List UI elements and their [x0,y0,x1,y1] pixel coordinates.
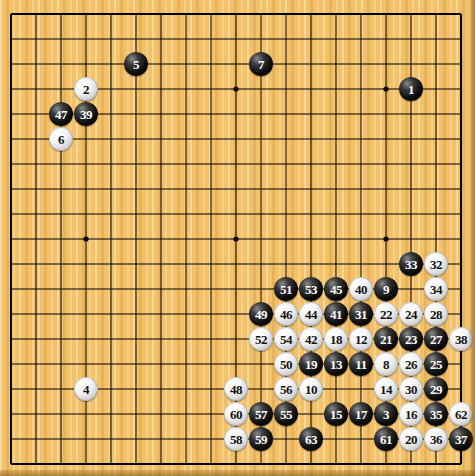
stone-white-60[interactable]: 60 [224,402,248,426]
stone-white-58[interactable]: 58 [224,427,248,451]
stone-white-36[interactable]: 36 [424,427,448,451]
stone-white-54[interactable]: 54 [274,327,298,351]
stone-number: 30 [405,382,417,395]
stone-white-6[interactable]: 6 [49,127,73,151]
stone-number: 36 [430,432,442,445]
stone-number: 63 [305,432,317,445]
stone-black-47[interactable]: 47 [49,102,73,126]
go-board[interactable]: 1234567891011121314151617181920212223242… [0,0,475,476]
stone-black-17[interactable]: 17 [349,402,373,426]
stone-black-61[interactable]: 61 [374,427,398,451]
stone-number: 28 [430,307,442,320]
stone-number: 9 [383,282,389,295]
stone-number: 29 [430,382,442,395]
stone-number: 1 [408,82,414,95]
stone-number: 12 [355,332,367,345]
stone-number: 44 [305,307,317,320]
stone-number: 7 [258,57,264,70]
stone-black-39[interactable]: 39 [74,102,98,126]
stone-number: 41 [330,307,342,320]
stone-number: 61 [380,432,392,445]
stone-number: 33 [405,257,417,270]
stone-white-50[interactable]: 50 [274,352,298,376]
stone-black-55[interactable]: 55 [274,402,298,426]
stone-number: 60 [230,407,242,420]
stone-number: 31 [355,307,367,320]
stone-white-10[interactable]: 10 [299,377,323,401]
stone-number: 54 [280,332,292,345]
stone-white-56[interactable]: 56 [274,377,298,401]
stone-number: 55 [280,407,292,420]
stone-black-51[interactable]: 51 [274,277,298,301]
stone-number: 8 [383,357,389,370]
board-edge-shadow-bottom [0,470,475,476]
stone-number: 18 [330,332,342,345]
stone-number: 14 [380,382,392,395]
stone-number: 50 [280,357,292,370]
stone-number: 35 [430,407,442,420]
stone-black-13[interactable]: 13 [324,352,348,376]
stone-white-20[interactable]: 20 [399,427,423,451]
stone-number: 40 [355,282,367,295]
stone-black-7[interactable]: 7 [249,52,273,76]
stone-black-25[interactable]: 25 [424,352,448,376]
stone-number: 58 [230,432,242,445]
stone-black-49[interactable]: 49 [249,302,273,326]
stone-number: 32 [430,257,442,270]
stone-number: 59 [255,432,267,445]
stone-number: 49 [255,307,267,320]
stone-white-18[interactable]: 18 [324,327,348,351]
stone-number: 4 [83,382,89,395]
stone-white-14[interactable]: 14 [374,377,398,401]
stone-black-45[interactable]: 45 [324,277,348,301]
stone-number: 22 [380,307,392,320]
stone-black-63[interactable]: 63 [299,427,323,451]
stone-number: 45 [330,282,342,295]
stone-number: 3 [383,407,389,420]
stone-white-42[interactable]: 42 [299,327,323,351]
stone-number: 34 [430,282,442,295]
stone-black-59[interactable]: 59 [249,427,273,451]
stone-number: 16 [405,407,417,420]
stone-number: 46 [280,307,292,320]
stone-white-24[interactable]: 24 [399,302,423,326]
stone-black-11[interactable]: 11 [349,352,373,376]
stone-black-53[interactable]: 53 [299,277,323,301]
stone-black-1[interactable]: 1 [399,77,423,101]
stone-number: 56 [280,382,292,395]
stone-number: 26 [405,357,417,370]
stone-number: 39 [80,107,92,120]
stone-number: 27 [430,332,442,345]
stone-number: 25 [430,357,442,370]
stone-number: 48 [230,382,242,395]
stone-black-23[interactable]: 23 [399,327,423,351]
stone-white-44[interactable]: 44 [299,302,323,326]
stone-number: 37 [455,432,467,445]
stone-number: 57 [255,407,267,420]
stone-white-12[interactable]: 12 [349,327,373,351]
stone-black-29[interactable]: 29 [424,377,448,401]
stone-number: 42 [305,332,317,345]
stone-black-5[interactable]: 5 [124,52,148,76]
stone-white-4[interactable]: 4 [74,377,98,401]
stone-white-34[interactable]: 34 [424,277,448,301]
stone-black-15[interactable]: 15 [324,402,348,426]
stone-number: 62 [455,407,467,420]
board-edge-shadow-right [469,0,475,476]
stone-black-3[interactable]: 3 [374,402,398,426]
stone-white-30[interactable]: 30 [399,377,423,401]
stone-black-33[interactable]: 33 [399,252,423,276]
stone-number: 23 [405,332,417,345]
stone-white-8[interactable]: 8 [374,352,398,376]
stone-black-41[interactable]: 41 [324,302,348,326]
stone-number: 52 [255,332,267,345]
stone-white-22[interactable]: 22 [374,302,398,326]
stone-black-31[interactable]: 31 [349,302,373,326]
stone-white-2[interactable]: 2 [74,77,98,101]
stone-white-26[interactable]: 26 [399,352,423,376]
stone-white-32[interactable]: 32 [424,252,448,276]
stone-black-19[interactable]: 19 [299,352,323,376]
stone-white-52[interactable]: 52 [249,327,273,351]
stone-black-9[interactable]: 9 [374,277,398,301]
stone-white-40[interactable]: 40 [349,277,373,301]
stone-white-48[interactable]: 48 [224,377,248,401]
stone-number: 11 [355,357,366,370]
stone-number: 20 [405,432,417,445]
stone-number: 17 [355,407,367,420]
stone-number: 38 [455,332,467,345]
stone-number: 21 [380,332,392,345]
stone-black-35[interactable]: 35 [424,402,448,426]
stone-black-57[interactable]: 57 [249,402,273,426]
stone-black-21[interactable]: 21 [374,327,398,351]
stone-white-16[interactable]: 16 [399,402,423,426]
stone-number: 19 [305,357,317,370]
stone-number: 6 [58,132,64,145]
stone-number: 47 [55,107,67,120]
stone-number: 2 [83,82,89,95]
stone-number: 15 [330,407,342,420]
stone-number: 24 [405,307,417,320]
stone-black-27[interactable]: 27 [424,327,448,351]
stone-number: 10 [305,382,317,395]
stone-white-46[interactable]: 46 [274,302,298,326]
stone-white-28[interactable]: 28 [424,302,448,326]
stone-number: 5 [133,57,139,70]
stone-number: 53 [305,282,317,295]
stone-number: 13 [330,357,342,370]
stone-number: 51 [280,282,292,295]
